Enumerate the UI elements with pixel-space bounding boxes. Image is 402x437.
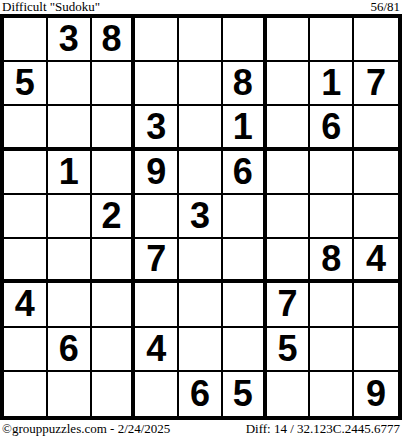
cell-r6c4-given: 7 (135, 239, 179, 283)
cell-r9c8-empty (310, 372, 354, 416)
cell-r2c9-given: 7 (354, 62, 398, 106)
cell-r1c6-empty (223, 18, 267, 62)
cell-r9c9-given: 9 (354, 372, 398, 416)
cell-r1c5-empty (179, 18, 223, 62)
cell-r7c9-empty (354, 283, 398, 327)
cell-r9c4-empty (135, 372, 179, 416)
cell-r6c2-empty (48, 239, 92, 283)
cell-r5c3-given: 2 (92, 195, 136, 239)
difficulty-code: Diff: 14 / 32.123C.2445.6777 (246, 421, 400, 436)
cell-r1c2-given: 3 (48, 18, 92, 62)
cell-r8c6-empty (223, 328, 267, 372)
cell-r6c1-empty (4, 239, 48, 283)
cell-r8c4-given: 4 (135, 328, 179, 372)
cell-r5c1-empty (4, 195, 48, 239)
cell-r9c2-empty (48, 372, 92, 416)
cell-r9c5-given: 6 (179, 372, 223, 416)
cell-r2c3-empty (92, 62, 136, 106)
cell-r7c1-given: 4 (4, 283, 48, 327)
cell-r8c3-empty (92, 328, 136, 372)
cell-r2c1-given: 5 (4, 62, 48, 106)
cell-r7c2-empty (48, 283, 92, 327)
sudoku-sheet: Difficult "Sudoku" 56/81 385817316196237… (0, 0, 402, 437)
cell-r6c3-empty (92, 239, 136, 283)
cell-r3c4-given: 3 (135, 106, 179, 150)
cell-r2c5-empty (179, 62, 223, 106)
cells-remaining-counter: 56/81 (370, 0, 400, 13)
cell-r1c4-empty (135, 18, 179, 62)
cell-r5c7-empty (267, 195, 311, 239)
cell-r6c5-empty (179, 239, 223, 283)
cell-r2c2-empty (48, 62, 92, 106)
cell-r3c2-empty (48, 106, 92, 150)
cell-r8c1-empty (4, 328, 48, 372)
cell-r4c3-empty (92, 151, 136, 195)
sudoku-board: 3858173161962378447645659 (0, 14, 402, 420)
cell-r5c9-empty (354, 195, 398, 239)
cell-r2c4-empty (135, 62, 179, 106)
cell-r4c7-empty (267, 151, 311, 195)
cell-r8c9-empty (354, 328, 398, 372)
cell-r3c3-empty (92, 106, 136, 150)
cell-r4c6-given: 6 (223, 151, 267, 195)
cell-r1c1-empty (4, 18, 48, 62)
cell-r2c7-empty (267, 62, 311, 106)
cell-r3c9-empty (354, 106, 398, 150)
copyright-text: ©grouppuzzles.com - 2/24/2025 (2, 421, 170, 436)
cell-r4c9-empty (354, 151, 398, 195)
cell-r7c4-empty (135, 283, 179, 327)
cell-r8c5-empty (179, 328, 223, 372)
cell-r5c4-empty (135, 195, 179, 239)
cell-r9c6-given: 5 (223, 372, 267, 416)
cell-r8c7-given: 5 (267, 328, 311, 372)
cell-r3c5-empty (179, 106, 223, 150)
cell-r6c6-empty (223, 239, 267, 283)
cell-r4c5-empty (179, 151, 223, 195)
cell-r6c8-given: 8 (310, 239, 354, 283)
cell-r3c7-empty (267, 106, 311, 150)
cell-r7c5-empty (179, 283, 223, 327)
cell-r5c2-empty (48, 195, 92, 239)
cell-r4c8-empty (310, 151, 354, 195)
cell-r2c6-given: 8 (223, 62, 267, 106)
cell-r5c5-given: 3 (179, 195, 223, 239)
cell-r4c2-given: 1 (48, 151, 92, 195)
cell-r3c1-empty (4, 106, 48, 150)
cell-r2c8-given: 1 (310, 62, 354, 106)
cell-r9c1-empty (4, 372, 48, 416)
cell-r9c7-empty (267, 372, 311, 416)
cell-r6c9-given: 4 (354, 239, 398, 283)
cell-r4c4-given: 9 (135, 151, 179, 195)
cell-r1c7-empty (267, 18, 311, 62)
cell-r9c3-empty (92, 372, 136, 416)
cell-r6c7-empty (267, 239, 311, 283)
cell-r4c1-empty (4, 151, 48, 195)
cell-r5c8-empty (310, 195, 354, 239)
cell-r1c9-empty (354, 18, 398, 62)
cell-r8c8-empty (310, 328, 354, 372)
cell-r7c8-empty (310, 283, 354, 327)
cell-r3c8-given: 6 (310, 106, 354, 150)
cell-r7c6-empty (223, 283, 267, 327)
cell-r8c2-given: 6 (48, 328, 92, 372)
puzzle-title: Difficult "Sudoku" (2, 0, 100, 13)
cell-r7c7-given: 7 (267, 283, 311, 327)
cell-r7c3-empty (92, 283, 136, 327)
header: Difficult "Sudoku" 56/81 (0, 0, 402, 14)
cell-r1c3-given: 8 (92, 18, 136, 62)
cell-r1c8-empty (310, 18, 354, 62)
cell-r5c6-empty (223, 195, 267, 239)
footer: ©grouppuzzles.com - 2/24/2025 Diff: 14 /… (0, 420, 402, 437)
cell-r3c6-given: 1 (223, 106, 267, 150)
